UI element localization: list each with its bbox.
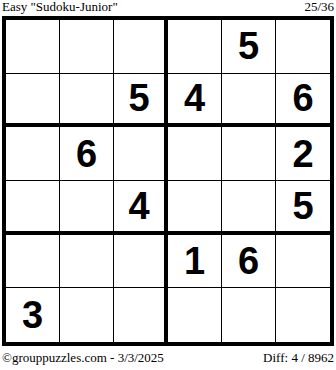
cell-r2c1[interactable]: [6, 74, 60, 128]
cell-r6c2[interactable]: [60, 288, 114, 342]
cell-r3c2[interactable]: 6: [60, 127, 114, 181]
cell-r6c4[interactable]: [168, 288, 222, 342]
cell-r6c1[interactable]: 3: [6, 288, 60, 342]
cell-r1c1[interactable]: [6, 20, 60, 74]
puzzle-title: Easy "Sudoku-Junior": [2, 0, 118, 14]
cell-r5c5[interactable]: 6: [222, 235, 276, 289]
cell-r5c6[interactable]: [276, 235, 330, 289]
cell-r6c5[interactable]: [222, 288, 276, 342]
cell-r1c4[interactable]: [168, 20, 222, 74]
cell-r5c1[interactable]: [6, 235, 60, 289]
cell-r3c3[interactable]: [114, 127, 168, 181]
cell-r1c5[interactable]: 5: [222, 20, 276, 74]
cell-r6c6[interactable]: [276, 288, 330, 342]
cell-r3c4[interactable]: [168, 127, 222, 181]
cell-r2c2[interactable]: [60, 74, 114, 128]
cell-r1c3[interactable]: [114, 20, 168, 74]
remaining-counter: 25/36: [304, 0, 334, 14]
copyright-text: ©grouppuzzles.com - 3/3/2025: [2, 351, 164, 365]
difficulty-text: Diff: 4 / 8962: [263, 351, 334, 365]
cell-r2c4[interactable]: 4: [168, 74, 222, 128]
sudoku-board: 55466245163: [2, 16, 334, 346]
cell-r4c4[interactable]: [168, 181, 222, 235]
cell-r4c5[interactable]: [222, 181, 276, 235]
cell-r1c6[interactable]: [276, 20, 330, 74]
cell-r5c3[interactable]: [114, 235, 168, 289]
cell-r5c2[interactable]: [60, 235, 114, 289]
cell-r3c6[interactable]: 2: [276, 127, 330, 181]
cell-r6c3[interactable]: [114, 288, 168, 342]
puzzle-page: Easy "Sudoku-Junior" 25/36 55466245163 ©…: [0, 0, 336, 370]
cell-r4c1[interactable]: [6, 181, 60, 235]
cell-r3c1[interactable]: [6, 127, 60, 181]
cell-r4c2[interactable]: [60, 181, 114, 235]
cell-r1c2[interactable]: [60, 20, 114, 74]
cell-r5c4[interactable]: 1: [168, 235, 222, 289]
cell-r2c6[interactable]: 6: [276, 74, 330, 128]
cell-r4c3[interactable]: 4: [114, 181, 168, 235]
header: Easy "Sudoku-Junior" 25/36: [0, 0, 336, 16]
cell-r2c5[interactable]: [222, 74, 276, 128]
cell-r4c6[interactable]: 5: [276, 181, 330, 235]
footer: ©grouppuzzles.com - 3/3/2025 Diff: 4 / 8…: [0, 346, 336, 365]
cell-r3c5[interactable]: [222, 127, 276, 181]
cell-r2c3[interactable]: 5: [114, 74, 168, 128]
